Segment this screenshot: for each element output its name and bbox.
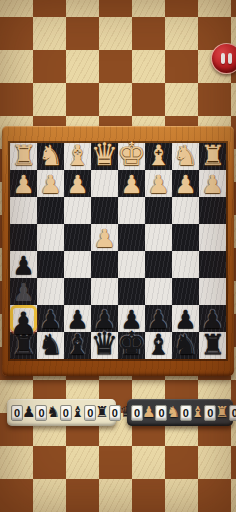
knight-icon: ♞ xyxy=(46,405,59,420)
capture-count: 0 xyxy=(229,405,236,421)
piece-black-bishop[interactable]: ♝ xyxy=(145,316,172,359)
rook-icon: ♜ xyxy=(215,405,228,420)
piece-black-bishop[interactable]: ♝ xyxy=(64,316,91,359)
captured-black-pieces-tray: 0♟0♞0♝0♜0♛ xyxy=(7,399,116,426)
piece-white-pawn[interactable]: ♟ xyxy=(37,154,64,197)
piece-white-pawn[interactable]: ♟ xyxy=(91,208,118,251)
bishop-icon: ♝ xyxy=(71,405,84,420)
piece-white-pawn[interactable]: ♟ xyxy=(199,154,226,197)
pawn-icon: ♟ xyxy=(142,405,155,420)
piece-black-knight[interactable]: ♞ xyxy=(172,316,199,359)
piece-white-pawn[interactable]: ♟ xyxy=(118,154,145,197)
capture-counter: 0♞ xyxy=(35,405,59,421)
pause-icon xyxy=(228,53,232,64)
piece-black-queen[interactable]: ♛ xyxy=(91,316,118,359)
pawn-icon: ♟ xyxy=(22,405,35,420)
piece-black-king[interactable]: ♚ xyxy=(118,316,145,359)
captured-white-pieces-tray: 0♟0♞0♝0♜0♛ xyxy=(127,399,233,426)
capture-counter: 0♝ xyxy=(180,405,204,421)
capture-counter: 0♝ xyxy=(60,405,84,421)
capture-counter: 0♟ xyxy=(11,405,35,421)
pieces-layer: ♜♞♝♛♚♝♞♜♟♟♟♟♟♟♟♟♟♟♟♟♟♟♟♟♟♜♞♝♛♚♝♞♜♟ xyxy=(10,123,226,359)
piece-black-rook[interactable]: ♜ xyxy=(199,316,226,359)
bishop-icon: ♝ xyxy=(191,405,204,420)
piece-white-queen[interactable]: ♛ xyxy=(91,127,118,170)
piece-white-pawn[interactable]: ♟ xyxy=(64,154,91,197)
chess-board[interactable]: ♜♞♝♛♚♝♞♜♟♟♟♟♟♟♟♟♟♟♟♟♟♟♟♟♟♜♞♝♛♚♝♞♜♟ xyxy=(10,143,226,359)
game-screen: ♜♞♝♛♚♝♞♜♟♟♟♟♟♟♟♟♟♟♟♟♟♟♟♟♟♜♞♝♛♚♝♞♜♟ 0♟0♞0… xyxy=(0,0,236,512)
piece-black-knight[interactable]: ♞ xyxy=(37,316,64,359)
capture-counter: 0♜ xyxy=(204,405,228,421)
capture-counter: 0♞ xyxy=(155,405,179,421)
capture-counter: 0♛ xyxy=(229,405,236,421)
capture-counter: 0♜ xyxy=(84,405,108,421)
pause-button[interactable] xyxy=(211,43,236,74)
piece-black-pawn[interactable]: ♟ xyxy=(10,296,37,339)
piece-white-pawn[interactable]: ♟ xyxy=(145,154,172,197)
piece-white-pawn[interactable]: ♟ xyxy=(10,154,37,197)
piece-white-pawn[interactable]: ♟ xyxy=(172,154,199,197)
capture-counter: 0♟ xyxy=(131,405,155,421)
knight-icon: ♞ xyxy=(166,405,179,420)
pause-icon xyxy=(221,53,225,64)
rook-icon: ♜ xyxy=(95,405,108,420)
